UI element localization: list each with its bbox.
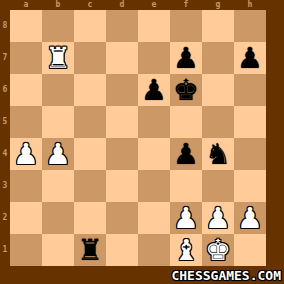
black-knight-g4[interactable]: ♞ bbox=[205, 138, 231, 170]
square-b7[interactable]: ♜ bbox=[42, 42, 74, 74]
chess-board: ♜♟♟♟♚♟♟♟♞♟♟♟♜♝♚ bbox=[10, 10, 266, 266]
rank-label-2: 2 bbox=[0, 202, 10, 234]
square-g3[interactable] bbox=[202, 170, 234, 202]
square-f5[interactable] bbox=[170, 106, 202, 138]
square-b1[interactable] bbox=[42, 234, 74, 266]
square-e6[interactable]: ♟ bbox=[138, 74, 170, 106]
square-c5[interactable] bbox=[74, 106, 106, 138]
square-a6[interactable] bbox=[10, 74, 42, 106]
square-a5[interactable] bbox=[10, 106, 42, 138]
square-f8[interactable] bbox=[170, 10, 202, 42]
white-pawn-f2[interactable]: ♟ bbox=[173, 202, 199, 234]
square-e2[interactable] bbox=[138, 202, 170, 234]
square-h7[interactable]: ♟ bbox=[234, 42, 266, 74]
square-a4[interactable]: ♟ bbox=[10, 138, 42, 170]
square-g8[interactable] bbox=[202, 10, 234, 42]
black-pawn-f7[interactable]: ♟ bbox=[173, 42, 199, 74]
square-h8[interactable] bbox=[234, 10, 266, 42]
file-label-d: d bbox=[106, 0, 138, 10]
white-pawn-a4[interactable]: ♟ bbox=[13, 138, 39, 170]
square-d7[interactable] bbox=[106, 42, 138, 74]
square-b3[interactable] bbox=[42, 170, 74, 202]
square-h5[interactable] bbox=[234, 106, 266, 138]
file-label-a: a bbox=[10, 0, 42, 10]
rank-labels: 8 7 6 5 4 3 2 1 bbox=[0, 10, 10, 266]
watermark: CHESSGAMES.COM bbox=[171, 268, 281, 283]
file-label-c: c bbox=[74, 0, 106, 10]
file-label-f: f bbox=[170, 0, 202, 10]
square-a1[interactable] bbox=[10, 234, 42, 266]
black-king-f6[interactable]: ♚ bbox=[173, 74, 199, 106]
rank-label-1: 1 bbox=[0, 234, 10, 266]
rank-label-8: 8 bbox=[0, 10, 10, 42]
file-labels: a b c d e f g h bbox=[10, 0, 266, 10]
square-g4[interactable]: ♞ bbox=[202, 138, 234, 170]
square-e5[interactable] bbox=[138, 106, 170, 138]
rank-label-6: 6 bbox=[0, 74, 10, 106]
file-label-g: g bbox=[202, 0, 234, 10]
file-label-b: b bbox=[42, 0, 74, 10]
square-c8[interactable] bbox=[74, 10, 106, 42]
square-b4[interactable]: ♟ bbox=[42, 138, 74, 170]
black-pawn-h7[interactable]: ♟ bbox=[237, 42, 263, 74]
square-a8[interactable] bbox=[10, 10, 42, 42]
square-c4[interactable] bbox=[74, 138, 106, 170]
black-rook-c1[interactable]: ♜ bbox=[77, 234, 103, 266]
black-pawn-f4[interactable]: ♟ bbox=[173, 138, 199, 170]
square-h6[interactable] bbox=[234, 74, 266, 106]
black-pawn-e6[interactable]: ♟ bbox=[141, 74, 167, 106]
square-h3[interactable] bbox=[234, 170, 266, 202]
white-king-g1[interactable]: ♚ bbox=[205, 234, 231, 266]
square-f1[interactable]: ♝ bbox=[170, 234, 202, 266]
square-b2[interactable] bbox=[42, 202, 74, 234]
white-rook-b7[interactable]: ♜ bbox=[45, 42, 71, 74]
square-g6[interactable] bbox=[202, 74, 234, 106]
square-a3[interactable] bbox=[10, 170, 42, 202]
square-e3[interactable] bbox=[138, 170, 170, 202]
square-h1[interactable] bbox=[234, 234, 266, 266]
white-bishop-f1[interactable]: ♝ bbox=[173, 234, 199, 266]
square-d6[interactable] bbox=[106, 74, 138, 106]
square-h2[interactable]: ♟ bbox=[234, 202, 266, 234]
square-c7[interactable] bbox=[74, 42, 106, 74]
square-d3[interactable] bbox=[106, 170, 138, 202]
square-e8[interactable] bbox=[138, 10, 170, 42]
square-e7[interactable] bbox=[138, 42, 170, 74]
rank-label-3: 3 bbox=[0, 170, 10, 202]
file-label-e: e bbox=[138, 0, 170, 10]
square-h4[interactable] bbox=[234, 138, 266, 170]
square-d5[interactable] bbox=[106, 106, 138, 138]
square-g2[interactable]: ♟ bbox=[202, 202, 234, 234]
square-b6[interactable] bbox=[42, 74, 74, 106]
square-c1[interactable]: ♜ bbox=[74, 234, 106, 266]
square-g1[interactable]: ♚ bbox=[202, 234, 234, 266]
chess-diagram: a b c d e f g h 8 7 6 5 4 3 2 1 ♜♟♟♟♚♟♟♟… bbox=[0, 0, 284, 284]
square-c6[interactable] bbox=[74, 74, 106, 106]
rank-label-5: 5 bbox=[0, 106, 10, 138]
square-a7[interactable] bbox=[10, 42, 42, 74]
square-c2[interactable] bbox=[74, 202, 106, 234]
square-e1[interactable] bbox=[138, 234, 170, 266]
square-b5[interactable] bbox=[42, 106, 74, 138]
rank-label-4: 4 bbox=[0, 138, 10, 170]
rank-label-7: 7 bbox=[0, 42, 10, 74]
file-label-h: h bbox=[234, 0, 266, 10]
square-d4[interactable] bbox=[106, 138, 138, 170]
square-a2[interactable] bbox=[10, 202, 42, 234]
square-f7[interactable]: ♟ bbox=[170, 42, 202, 74]
square-d1[interactable] bbox=[106, 234, 138, 266]
square-d2[interactable] bbox=[106, 202, 138, 234]
square-f6[interactable]: ♚ bbox=[170, 74, 202, 106]
square-b8[interactable] bbox=[42, 10, 74, 42]
square-f2[interactable]: ♟ bbox=[170, 202, 202, 234]
square-e4[interactable] bbox=[138, 138, 170, 170]
white-pawn-h2[interactable]: ♟ bbox=[237, 202, 263, 234]
square-g5[interactable] bbox=[202, 106, 234, 138]
square-f3[interactable] bbox=[170, 170, 202, 202]
square-f4[interactable]: ♟ bbox=[170, 138, 202, 170]
white-pawn-b4[interactable]: ♟ bbox=[45, 138, 71, 170]
square-g7[interactable] bbox=[202, 42, 234, 74]
white-pawn-g2[interactable]: ♟ bbox=[205, 202, 231, 234]
square-c3[interactable] bbox=[74, 170, 106, 202]
square-d8[interactable] bbox=[106, 10, 138, 42]
